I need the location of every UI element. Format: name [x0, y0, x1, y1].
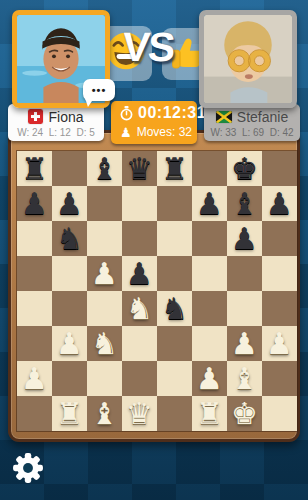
square-h2[interactable]: [262, 361, 297, 396]
piece-black-knight[interactable]: ♞: [161, 294, 188, 324]
square-g3[interactable]: ♟: [227, 326, 262, 361]
right-player-avatar[interactable]: [199, 10, 297, 108]
square-h4[interactable]: [262, 291, 297, 326]
piece-black-rook[interactable]: ♜: [21, 154, 48, 184]
square-f8[interactable]: [192, 151, 227, 186]
square-g2[interactable]: ♝: [227, 361, 262, 396]
square-c7[interactable]: [87, 186, 122, 221]
square-a5[interactable]: [17, 256, 52, 291]
stopwatch-icon: [120, 106, 133, 121]
board-wood-frame: ♜♝♛♜♚♟♟♟♝♟♞♟♟♟♞♞♟♞♟♟♟♟♝♜♝♛♜♚: [8, 130, 300, 442]
square-e4[interactable]: ♞: [157, 291, 192, 326]
square-b2[interactable]: [52, 361, 87, 396]
square-c3[interactable]: ♞: [87, 326, 122, 361]
square-e3[interactable]: [157, 326, 192, 361]
left-player-card: Fiona W: 24 L: 12 D: 5: [8, 104, 104, 141]
piece-white-pawn[interactable]: ♟: [266, 329, 293, 359]
child-with-snack-rings-photo: [204, 15, 292, 103]
square-e8[interactable]: ♜: [157, 151, 192, 186]
piece-black-pawn[interactable]: ♟: [21, 189, 48, 219]
piece-black-pawn[interactable]: ♟: [266, 189, 293, 219]
square-c5[interactable]: ♟: [87, 256, 122, 291]
square-g6[interactable]: ♟: [227, 221, 262, 256]
square-b5[interactable]: [52, 256, 87, 291]
square-h8[interactable]: [262, 151, 297, 186]
square-d1[interactable]: ♛: [122, 396, 157, 431]
square-b6[interactable]: ♞: [52, 221, 87, 256]
piece-black-pawn[interactable]: ♟: [126, 259, 153, 289]
square-a8[interactable]: ♜: [17, 151, 52, 186]
game-timer: 00:12:31: [138, 104, 206, 122]
square-h1[interactable]: [262, 396, 297, 431]
chat-typing-bubble: •••: [83, 79, 115, 101]
square-g5[interactable]: [227, 256, 262, 291]
square-c8[interactable]: ♝: [87, 151, 122, 186]
right-player-name: Stefanie: [237, 109, 288, 125]
square-f5[interactable]: [192, 256, 227, 291]
square-e1[interactable]: [157, 396, 192, 431]
square-b7[interactable]: ♟: [52, 186, 87, 221]
typing-dots: •••: [92, 85, 107, 95]
left-player-name: Fiona: [48, 109, 83, 125]
square-g8[interactable]: ♚: [227, 151, 262, 186]
piece-white-knight[interactable]: ♞: [91, 329, 118, 359]
left-player-stats: W: 24 L: 12 D: 5: [17, 127, 95, 138]
piece-white-bishop[interactable]: ♝: [231, 364, 258, 394]
square-e5[interactable]: [157, 256, 192, 291]
square-c1[interactable]: ♝: [87, 396, 122, 431]
square-c4[interactable]: [87, 291, 122, 326]
square-g4[interactable]: [227, 291, 262, 326]
square-d5[interactable]: ♟: [122, 256, 157, 291]
square-c6[interactable]: [87, 221, 122, 256]
square-a7[interactable]: ♟: [17, 186, 52, 221]
square-h7[interactable]: ♟: [262, 186, 297, 221]
square-f3[interactable]: [192, 326, 227, 361]
square-d2[interactable]: [122, 361, 157, 396]
square-d6[interactable]: [122, 221, 157, 256]
piece-white-rook[interactable]: ♜: [56, 399, 83, 429]
piece-white-queen[interactable]: ♛: [126, 399, 153, 429]
square-h3[interactable]: ♟: [262, 326, 297, 361]
square-f4[interactable]: [192, 291, 227, 326]
white-pawn-icon: ♟: [120, 126, 132, 139]
square-a6[interactable]: [17, 221, 52, 256]
square-a2[interactable]: ♟: [17, 361, 52, 396]
square-g1[interactable]: ♚: [227, 396, 262, 431]
square-d8[interactable]: ♛: [122, 151, 157, 186]
jamaica-flag-icon: [216, 111, 232, 123]
piece-black-king[interactable]: ♚: [231, 154, 258, 184]
piece-white-king[interactable]: ♚: [231, 399, 258, 429]
square-e6[interactable]: [157, 221, 192, 256]
piece-white-pawn[interactable]: ♟: [91, 259, 118, 289]
piece-white-rook[interactable]: ♜: [196, 399, 223, 429]
piece-black-pawn[interactable]: ♟: [196, 189, 223, 219]
piece-white-pawn[interactable]: ♟: [56, 329, 83, 359]
settings-button[interactable]: [12, 452, 44, 484]
square-d3[interactable]: [122, 326, 157, 361]
piece-white-pawn[interactable]: ♟: [231, 329, 258, 359]
piece-black-bishop[interactable]: ♝: [91, 154, 118, 184]
square-e2[interactable]: [157, 361, 192, 396]
gear-icon: [12, 452, 44, 484]
piece-black-knight[interactable]: ♞: [56, 224, 83, 254]
vs-label: VS: [116, 24, 179, 71]
piece-white-bishop[interactable]: ♝: [91, 399, 118, 429]
square-a4[interactable]: [17, 291, 52, 326]
piece-white-knight[interactable]: ♞: [126, 294, 153, 324]
square-c2[interactable]: [87, 361, 122, 396]
piece-black-queen[interactable]: ♛: [126, 154, 153, 184]
piece-black-pawn[interactable]: ♟: [56, 189, 83, 219]
square-b1[interactable]: ♜: [52, 396, 87, 431]
piece-black-pawn[interactable]: ♟: [231, 224, 258, 254]
right-player-stats: W: 33 L: 69 D: 42: [210, 127, 293, 138]
square-d4[interactable]: ♞: [122, 291, 157, 326]
piece-white-pawn[interactable]: ♟: [196, 364, 223, 394]
switzerland-flag-icon: [28, 109, 43, 124]
square-e7[interactable]: [157, 186, 192, 221]
square-h5[interactable]: [262, 256, 297, 291]
square-b4[interactable]: [52, 291, 87, 326]
chess-board: ♜♝♛♜♚♟♟♟♝♟♞♟♟♟♞♞♟♞♟♟♟♟♝♜♝♛♜♚: [17, 151, 297, 431]
square-a1[interactable]: [17, 396, 52, 431]
square-f6[interactable]: [192, 221, 227, 256]
square-b3[interactable]: ♟: [52, 326, 87, 361]
square-g7[interactable]: ♝: [227, 186, 262, 221]
right-player-card: Stefanie W: 33 L: 69 D: 42: [204, 104, 300, 141]
square-f1[interactable]: ♜: [192, 396, 227, 431]
timer-card: 00:12:31 ♟ Moves: 32: [111, 101, 197, 144]
moves-counter: Moves: 32: [137, 125, 192, 139]
square-f7[interactable]: ♟: [192, 186, 227, 221]
piece-black-bishop[interactable]: ♝: [231, 189, 258, 219]
square-f2[interactable]: ♟: [192, 361, 227, 396]
chess-online-app: VS: [0, 0, 308, 500]
square-b8[interactable]: [52, 151, 87, 186]
square-h6[interactable]: [262, 221, 297, 256]
square-d7[interactable]: [122, 186, 157, 221]
piece-white-pawn[interactable]: ♟: [21, 364, 48, 394]
piece-black-rook[interactable]: ♜: [161, 154, 188, 184]
square-a3[interactable]: [17, 326, 52, 361]
